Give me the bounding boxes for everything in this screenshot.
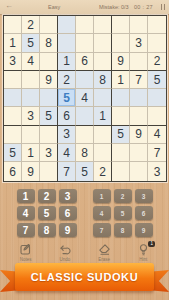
- cell-r1c9[interactable]: [148, 16, 166, 34]
- number-button-5[interactable]: 5: [38, 206, 56, 220]
- note-button-7[interactable]: 7: [93, 223, 111, 237]
- cell-r8c5[interactable]: 8: [76, 144, 94, 162]
- cell-r1c4[interactable]: [58, 16, 76, 34]
- cell-r9c3[interactable]: [40, 162, 58, 180]
- cell-r8c7[interactable]: [112, 144, 130, 162]
- cell-r4c3[interactable]: 9: [40, 71, 58, 89]
- cell-r8c1[interactable]: 5: [4, 144, 22, 162]
- cell-r8c2[interactable]: 1: [22, 144, 40, 162]
- cell-r7c3[interactable]: [40, 126, 58, 144]
- cell-r3c6[interactable]: [94, 53, 112, 71]
- cell-r5c9[interactable]: [148, 89, 166, 107]
- cell-r5c8[interactable]: [130, 89, 148, 107]
- cell-r2c9[interactable]: [148, 34, 166, 52]
- note-button-1[interactable]: 1: [93, 189, 111, 203]
- cell-r5c2[interactable]: [22, 89, 40, 107]
- undo-icon: [58, 243, 71, 256]
- cell-r7c4[interactable]: 3: [58, 126, 76, 144]
- cell-r5c1[interactable]: [4, 89, 22, 107]
- cell-r9c8[interactable]: [130, 162, 148, 180]
- cell-r1c8[interactable]: [130, 16, 148, 34]
- number-button-6[interactable]: 6: [59, 206, 77, 220]
- cell-r6c4[interactable]: 6: [58, 107, 76, 125]
- number-button-2[interactable]: 2: [38, 189, 56, 203]
- cell-r7c7[interactable]: 5: [112, 126, 130, 144]
- sudoku-app: ← Easy Mistake: 0/3 00 : 27 215833416929…: [0, 0, 169, 300]
- cell-r8c9[interactable]: 7: [148, 144, 166, 162]
- eraser-icon: [98, 243, 111, 256]
- cell-r7c2[interactable]: [22, 126, 40, 144]
- cell-r4c8[interactable]: 7: [130, 71, 148, 89]
- banner-ribbon[interactable]: CLASSIC SUDOKU: [0, 259, 169, 297]
- cell-r3c9[interactable]: 2: [148, 53, 166, 71]
- cell-r5c7[interactable]: [112, 89, 130, 107]
- banner-text: CLASSIC SUDOKU: [31, 271, 138, 283]
- cell-r3c7[interactable]: 9: [112, 53, 130, 71]
- cell-r5c4[interactable]: 5: [58, 89, 76, 107]
- header: ← Easy Mistake: 0/3 00 : 27: [0, 0, 169, 14]
- cell-r6c3[interactable]: 5: [40, 107, 58, 125]
- cell-r3c3[interactable]: [40, 53, 58, 71]
- cell-r6c9[interactable]: [148, 107, 166, 125]
- back-arrow-icon[interactable]: ←: [5, 1, 13, 10]
- cell-r4c1[interactable]: [4, 71, 22, 89]
- cell-r1c6[interactable]: [94, 16, 112, 34]
- timer: 00 : 27: [134, 4, 153, 10]
- cell-r2c1[interactable]: 1: [4, 34, 22, 52]
- cell-r2c7[interactable]: [112, 34, 130, 52]
- cell-r8c4[interactable]: 4: [58, 144, 76, 162]
- cell-r3c1[interactable]: 3: [4, 53, 22, 71]
- cell-r7c1[interactable]: [4, 126, 22, 144]
- cell-r3c8[interactable]: [130, 53, 148, 71]
- note-button-2[interactable]: 2: [114, 189, 132, 203]
- cell-r4c6[interactable]: 8: [94, 71, 112, 89]
- cell-r9c4[interactable]: 7: [58, 162, 76, 180]
- notes-icon: [19, 243, 32, 256]
- cell-r6c6[interactable]: 1: [94, 107, 112, 125]
- note-button-6[interactable]: 6: [135, 206, 153, 220]
- cell-r4c9[interactable]: 5: [148, 71, 166, 89]
- number-button-7[interactable]: 7: [17, 223, 35, 237]
- hint-count-badge: 1: [148, 241, 155, 247]
- mistakes-counter: Mistake: 0/3: [99, 4, 129, 10]
- number-button-4[interactable]: 4: [17, 206, 35, 220]
- cell-r2c2[interactable]: 5: [22, 34, 40, 52]
- cell-r4c7[interactable]: 1: [112, 71, 130, 89]
- cell-r8c6[interactable]: [94, 144, 112, 162]
- cell-r3c5[interactable]: 6: [76, 53, 94, 71]
- cell-r4c2[interactable]: [22, 71, 40, 89]
- cell-r9c6[interactable]: 2: [94, 162, 112, 180]
- cell-r9c7[interactable]: [112, 162, 130, 180]
- cell-r9c9[interactable]: 3: [148, 162, 166, 180]
- cell-r3c4[interactable]: 1: [58, 53, 76, 71]
- cell-r6c7[interactable]: [112, 107, 130, 125]
- board-wrapper: 215833416929281755435613594513487697523: [3, 15, 167, 182]
- cell-r5c3[interactable]: [40, 89, 58, 107]
- cell-r5c6[interactable]: [94, 89, 112, 107]
- cell-r9c1[interactable]: 6: [4, 162, 22, 180]
- number-button-8[interactable]: 8: [38, 223, 56, 237]
- cell-r3c2[interactable]: 4: [22, 53, 40, 71]
- cell-r6c8[interactable]: [130, 107, 148, 125]
- cell-r6c1[interactable]: [4, 107, 22, 125]
- note-button-9[interactable]: 9: [135, 223, 153, 237]
- number-button-9[interactable]: 9: [59, 223, 77, 237]
- notes-keypad: 123456789: [93, 189, 153, 237]
- cell-r4c5[interactable]: [76, 71, 94, 89]
- sudoku-board: 215833416929281755435613594513487697523: [3, 15, 167, 182]
- cell-r6c2[interactable]: 3: [22, 107, 40, 125]
- cell-r2c6[interactable]: [94, 34, 112, 52]
- note-button-4[interactable]: 4: [93, 206, 111, 220]
- cell-r1c7[interactable]: [112, 16, 130, 34]
- note-button-3[interactable]: 3: [135, 189, 153, 203]
- cell-r9c5[interactable]: 5: [76, 162, 94, 180]
- number-button-3[interactable]: 3: [59, 189, 77, 203]
- cell-r1c1[interactable]: [4, 16, 22, 34]
- ribbon-band: CLASSIC SUDOKU: [15, 263, 154, 291]
- cell-r5c5[interactable]: 4: [76, 89, 94, 107]
- cell-r4c4[interactable]: 2: [58, 71, 76, 89]
- number-keypad: 123456789: [17, 189, 77, 237]
- cell-r1c5[interactable]: [76, 16, 94, 34]
- note-button-5[interactable]: 5: [114, 206, 132, 220]
- cell-r7c5[interactable]: [76, 126, 94, 144]
- note-button-8[interactable]: 8: [114, 223, 132, 237]
- cell-r2c5[interactable]: [76, 34, 94, 52]
- pause-button[interactable]: [161, 4, 166, 10]
- number-button-1[interactable]: 1: [17, 189, 35, 203]
- cell-r7c9[interactable]: 4: [148, 126, 166, 144]
- cell-r1c2[interactable]: 2: [22, 16, 40, 34]
- difficulty-label: Easy: [48, 4, 60, 10]
- cell-r2c8[interactable]: 3: [130, 34, 148, 52]
- cell-r2c3[interactable]: 8: [40, 34, 58, 52]
- cell-r1c3[interactable]: [40, 16, 58, 34]
- cell-r8c8[interactable]: [130, 144, 148, 162]
- cell-r7c8[interactable]: 9: [130, 126, 148, 144]
- keypads: 123456789 123456789: [0, 189, 169, 237]
- cell-r8c3[interactable]: 3: [40, 144, 58, 162]
- cell-r6c5[interactable]: [76, 107, 94, 125]
- cell-r7c6[interactable]: [94, 126, 112, 144]
- cell-r9c2[interactable]: 9: [22, 162, 40, 180]
- cell-r2c4[interactable]: [58, 34, 76, 52]
